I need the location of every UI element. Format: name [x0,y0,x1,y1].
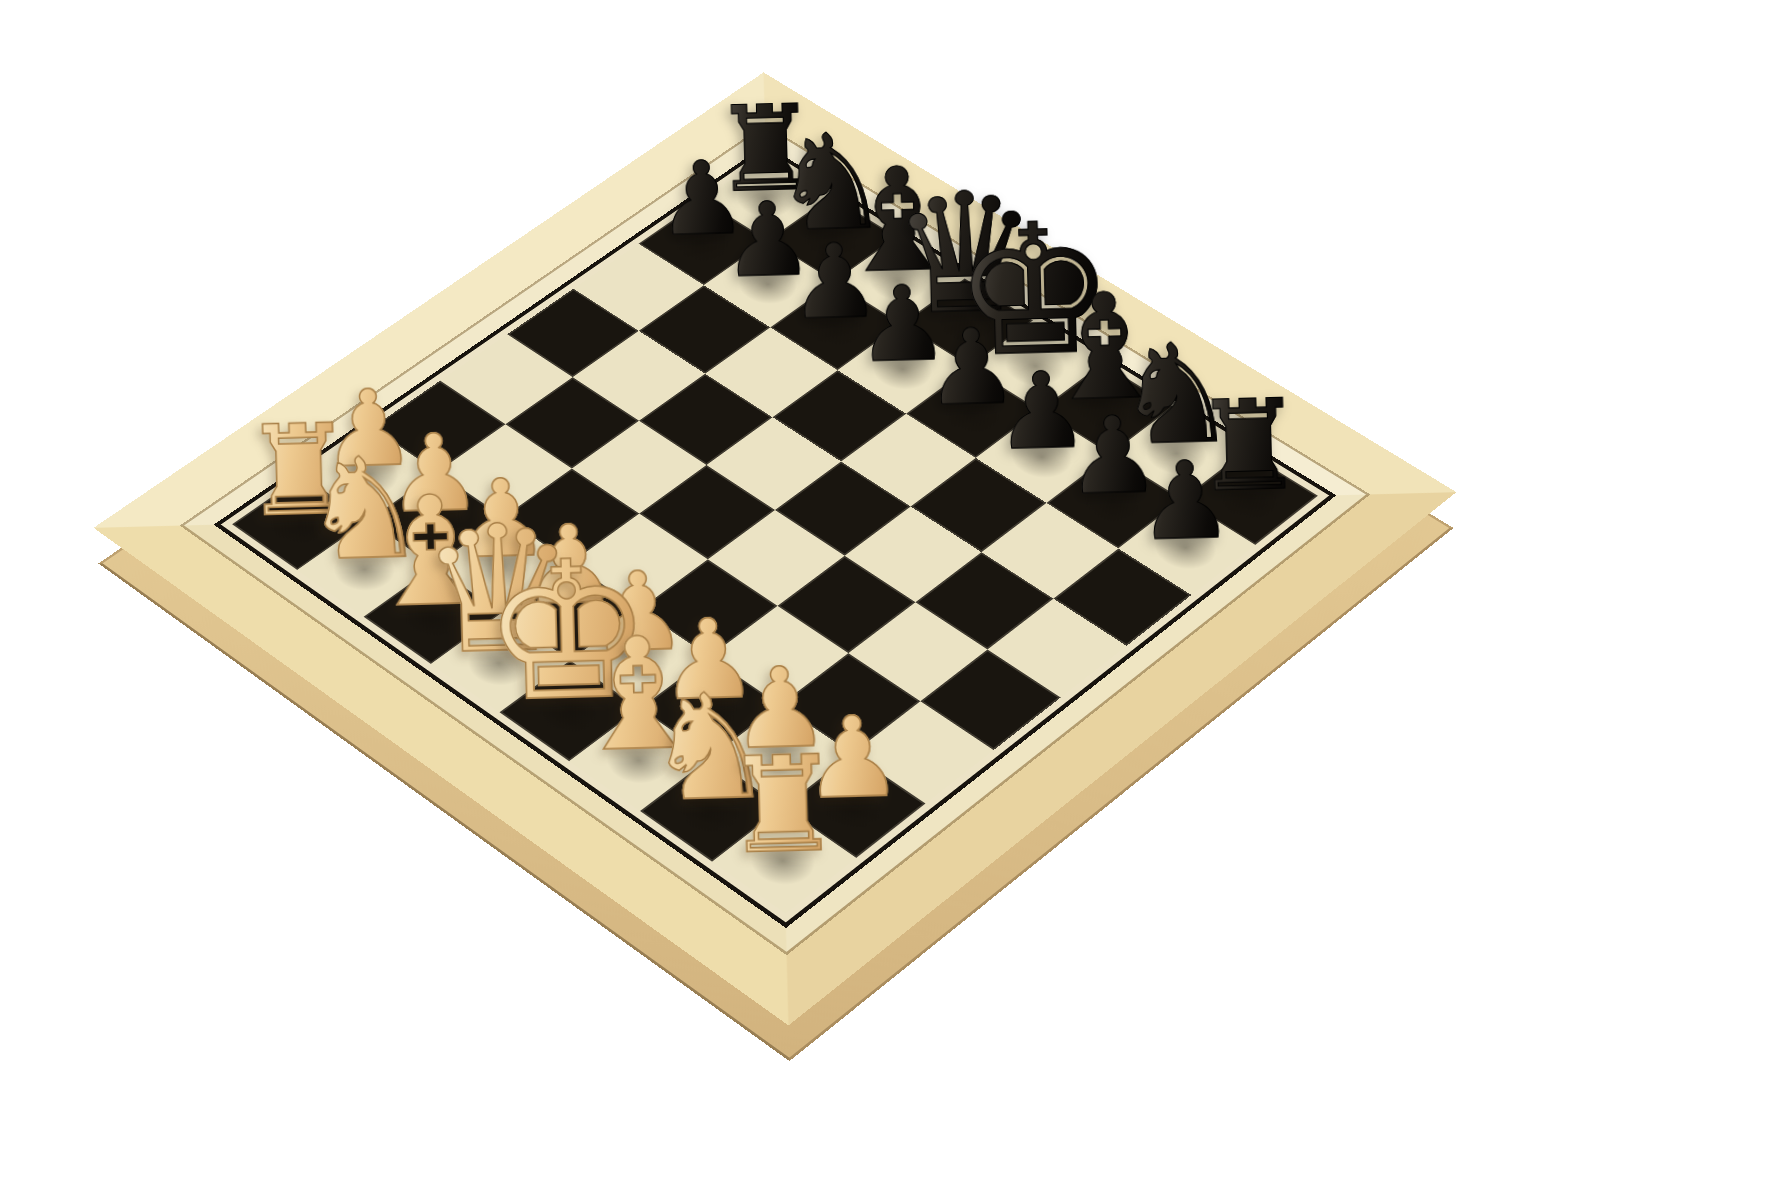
board-border-line: ♜♞♝♛♚♝♞♜♟♟♟♟♟♟♟♟♟♟♟♟♟♟♟♟♜♞♝♛♚♝♞♜ [214,145,1337,928]
board-grid: ♜♞♝♛♚♝♞♜♟♟♟♟♟♟♟♟♟♟♟♟♟♟♟♟♜♞♝♛♚♝♞♜ [232,156,1318,913]
board-frame: ♜♞♝♛♚♝♞♜♟♟♟♟♟♟♟♟♟♟♟♟♟♟♟♟♜♞♝♛♚♝♞♜ [94,72,1457,1025]
camera-roll-wrapper: ♜♞♝♛♚♝♞♜♟♟♟♟♟♟♟♟♟♟♟♟♟♟♟♟♜♞♝♛♚♝♞♜ [0,0,1788,1200]
chess-board: ♜♞♝♛♚♝♞♜♟♟♟♟♟♟♟♟♟♟♟♟♟♟♟♟♜♞♝♛♚♝♞♜ [94,72,1457,1025]
piece-billboard: ♞ [1040,122,1306,456]
piece-shadow [577,616,699,703]
piece-billboard: ♜ [1111,164,1380,501]
square-g8[interactable]: ♞ [1110,407,1245,500]
product-photo-stage: ♜♞♝♛♚♝♞♜♟♟♟♟♟♟♟♟♟♟♟♟♟♟♟♟♜♞♝♛♚♝♞♜ [0,0,1788,1200]
square-f7[interactable]: ♟ [976,410,1111,503]
board-ledge: ♜♞♝♛♚♝♞♜♟♟♟♟♟♟♟♟♟♟♟♟♟♟♟♟♜♞♝♛♚♝♞♜ [184,127,1366,952]
square-g1[interactable]: ♞ [640,758,783,862]
piece-shadow [1125,506,1246,590]
